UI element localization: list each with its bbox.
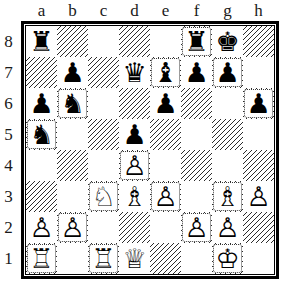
square-e1[interactable] xyxy=(150,243,181,274)
board-inner-border: ♜♜♚♟♛♝♟♟♟♞♟♟♞♟♙♘♗♙♗♙♙♙♙♙♖♖♕♔ xyxy=(25,25,275,275)
square-f8[interactable]: ♜ xyxy=(181,26,212,57)
square-a4[interactable] xyxy=(26,150,57,181)
piece-black-rook-f8: ♜ xyxy=(181,26,212,57)
square-h6[interactable]: ♟ xyxy=(243,88,274,119)
square-h3[interactable]: ♙ xyxy=(243,181,274,212)
square-d1[interactable]: ♕ xyxy=(119,243,150,274)
square-d4[interactable]: ♙ xyxy=(119,150,150,181)
piece-white-pawn-g2: ♙ xyxy=(212,212,243,243)
piece-white-queen-d1: ♕ xyxy=(119,243,150,274)
piece-white-king-g1: ♔ xyxy=(212,243,243,274)
square-c1[interactable]: ♖ xyxy=(88,243,119,274)
piece-white-pawn-a2: ♙ xyxy=(26,212,57,243)
rank-label-6: 6 xyxy=(0,88,17,119)
rank-label-4: 4 xyxy=(0,150,17,181)
square-a3[interactable] xyxy=(26,181,57,212)
square-f5[interactable] xyxy=(181,119,212,150)
piece-black-queen-d7: ♛ xyxy=(119,57,150,88)
piece-white-rook-a1: ♖ xyxy=(26,243,57,274)
piece-black-knight-b6: ♞ xyxy=(57,88,88,119)
square-c8[interactable] xyxy=(88,26,119,57)
piece-white-pawn-b2: ♙ xyxy=(57,212,88,243)
file-label-h: h xyxy=(243,0,274,20)
square-f7[interactable]: ♟ xyxy=(181,57,212,88)
piece-black-king-g8: ♚ xyxy=(212,26,243,57)
square-a6[interactable]: ♟ xyxy=(26,88,57,119)
square-g6[interactable] xyxy=(212,88,243,119)
square-g4[interactable] xyxy=(212,150,243,181)
square-e4[interactable] xyxy=(150,150,181,181)
square-f1[interactable] xyxy=(181,243,212,274)
square-e8[interactable] xyxy=(150,26,181,57)
square-a8[interactable]: ♜ xyxy=(26,26,57,57)
square-f2[interactable]: ♙ xyxy=(181,212,212,243)
square-c6[interactable] xyxy=(88,88,119,119)
rank-label-3: 3 xyxy=(0,181,17,212)
square-h5[interactable] xyxy=(243,119,274,150)
piece-white-pawn-f2: ♙ xyxy=(181,212,212,243)
piece-white-knight-c3: ♘ xyxy=(88,181,119,212)
square-e7[interactable]: ♝ xyxy=(150,57,181,88)
square-h4[interactable] xyxy=(243,150,274,181)
piece-black-pawn-g7: ♟ xyxy=(212,57,243,88)
file-label-e: e xyxy=(150,0,181,20)
piece-black-bishop-e7: ♝ xyxy=(150,57,181,88)
square-a1[interactable]: ♖ xyxy=(26,243,57,274)
file-label-g: g xyxy=(212,0,243,20)
board-frame: ♜♜♚♟♛♝♟♟♟♞♟♟♞♟♙♘♗♙♗♙♙♙♙♙♖♖♕♔ xyxy=(21,21,279,279)
piece-black-pawn-a6: ♟ xyxy=(26,88,57,119)
square-b6[interactable]: ♞ xyxy=(57,88,88,119)
file-labels: abcdefgh xyxy=(26,0,274,20)
square-h2[interactable] xyxy=(243,212,274,243)
square-f4[interactable] xyxy=(181,150,212,181)
square-d2[interactable] xyxy=(119,212,150,243)
piece-white-pawn-d4: ♙ xyxy=(119,150,150,181)
square-a5[interactable]: ♞ xyxy=(26,119,57,150)
square-a7[interactable] xyxy=(26,57,57,88)
square-b2[interactable]: ♙ xyxy=(57,212,88,243)
file-label-a: a xyxy=(26,0,57,20)
square-g2[interactable]: ♙ xyxy=(212,212,243,243)
square-b8[interactable] xyxy=(57,26,88,57)
square-b4[interactable] xyxy=(57,150,88,181)
piece-white-bishop-g3: ♗ xyxy=(212,181,243,212)
piece-black-pawn-f7: ♟ xyxy=(181,57,212,88)
square-b7[interactable]: ♟ xyxy=(57,57,88,88)
square-d7[interactable]: ♛ xyxy=(119,57,150,88)
square-h1[interactable] xyxy=(243,243,274,274)
rank-label-1: 1 xyxy=(0,243,17,274)
square-c4[interactable] xyxy=(88,150,119,181)
square-b5[interactable] xyxy=(57,119,88,150)
square-c5[interactable] xyxy=(88,119,119,150)
square-b3[interactable] xyxy=(57,181,88,212)
rank-labels: 87654321 xyxy=(0,26,17,274)
square-g1[interactable]: ♔ xyxy=(212,243,243,274)
rank-label-7: 7 xyxy=(0,57,17,88)
square-e6[interactable]: ♟ xyxy=(150,88,181,119)
square-e2[interactable] xyxy=(150,212,181,243)
piece-black-rook-a8: ♜ xyxy=(26,26,57,57)
square-a2[interactable]: ♙ xyxy=(26,212,57,243)
square-e3[interactable]: ♙ xyxy=(150,181,181,212)
square-d5[interactable]: ♟ xyxy=(119,119,150,150)
square-g8[interactable]: ♚ xyxy=(212,26,243,57)
rank-label-2: 2 xyxy=(0,212,17,243)
piece-white-rook-c1: ♖ xyxy=(88,243,119,274)
square-c2[interactable] xyxy=(88,212,119,243)
piece-black-pawn-d5: ♟ xyxy=(119,119,150,150)
file-label-f: f xyxy=(181,0,212,20)
piece-white-bishop-d3: ♗ xyxy=(119,181,150,212)
square-c7[interactable] xyxy=(88,57,119,88)
chess-diagram: abcdefgh 87654321 ♜♜♚♟♛♝♟♟♟♞♟♟♞♟♙♘♗♙♗♙♙♙… xyxy=(0,0,283,283)
square-b1[interactable] xyxy=(57,243,88,274)
piece-white-pawn-h3: ♙ xyxy=(243,181,274,212)
rank-label-5: 5 xyxy=(0,119,17,150)
square-e5[interactable] xyxy=(150,119,181,150)
square-h7[interactable] xyxy=(243,57,274,88)
piece-white-pawn-e3: ♙ xyxy=(150,181,181,212)
square-c3[interactable]: ♘ xyxy=(88,181,119,212)
file-label-d: d xyxy=(119,0,150,20)
file-label-b: b xyxy=(57,0,88,20)
piece-black-knight-a5: ♞ xyxy=(26,119,57,150)
piece-black-pawn-h6: ♟ xyxy=(243,88,274,119)
piece-black-pawn-b7: ♟ xyxy=(57,57,88,88)
file-label-c: c xyxy=(88,0,119,20)
square-d3[interactable]: ♗ xyxy=(119,181,150,212)
square-h8[interactable] xyxy=(243,26,274,57)
piece-black-pawn-e6: ♟ xyxy=(150,88,181,119)
square-f3[interactable] xyxy=(181,181,212,212)
square-g5[interactable] xyxy=(212,119,243,150)
square-f6[interactable] xyxy=(181,88,212,119)
rank-label-8: 8 xyxy=(0,26,17,57)
square-g7[interactable]: ♟ xyxy=(212,57,243,88)
chess-board: ♜♜♚♟♛♝♟♟♟♞♟♟♞♟♙♘♗♙♗♙♙♙♙♙♖♖♕♔ xyxy=(26,26,274,274)
square-d8[interactable] xyxy=(119,26,150,57)
square-g3[interactable]: ♗ xyxy=(212,181,243,212)
square-d6[interactable] xyxy=(119,88,150,119)
